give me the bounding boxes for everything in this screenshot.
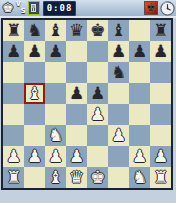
white-pawn: ♟ <box>153 146 168 167</box>
square-f4[interactable] <box>108 104 129 125</box>
square-c4[interactable] <box>45 104 66 125</box>
black-pawn: ♟ <box>48 41 63 62</box>
square-g2[interactable]: ♟ <box>129 146 150 167</box>
black-pawn: ♟ <box>153 41 168 62</box>
square-f5[interactable] <box>108 83 129 104</box>
white-king-icon: ♚ <box>2 0 14 16</box>
chess-board: ♜♞♝♛♚♝♜♟♟♟♟♟♟♞♝♟♟♟♞♟♟♟♟♟♟♟♜♝♛♚♞♜ <box>1 18 173 190</box>
black-pawn: ♟ <box>27 41 42 62</box>
white-bishop: ♝ <box>48 167 63 188</box>
black-rook: ♜ <box>153 20 168 41</box>
square-b4[interactable] <box>24 104 45 125</box>
white-queen: ♛ <box>69 167 84 188</box>
square-d8[interactable]: ♛ <box>66 20 87 41</box>
square-g1[interactable]: ♞ <box>129 167 150 188</box>
square-e1[interactable]: ♚ <box>87 167 108 188</box>
square-e7[interactable] <box>87 41 108 62</box>
black-pawn: ♟ <box>69 83 84 104</box>
square-f1[interactable] <box>108 167 129 188</box>
status-bar: ♚ vs 0:08 ♚ <box>0 0 176 16</box>
black-pawn: ♟ <box>6 41 21 62</box>
square-b2[interactable]: ♟ <box>24 146 45 167</box>
square-f3[interactable]: ♟ <box>108 125 129 146</box>
white-pawn: ♟ <box>90 104 105 125</box>
square-c2[interactable]: ♟ <box>45 146 66 167</box>
white-pawn: ♟ <box>6 146 21 167</box>
square-f6[interactable]: ♞ <box>108 62 129 83</box>
square-b5[interactable]: ♝ <box>24 83 45 104</box>
white-bishop: ♝ <box>27 83 42 104</box>
square-c8[interactable]: ♝ <box>45 20 66 41</box>
square-b1[interactable] <box>24 167 45 188</box>
black-bishop: ♝ <box>48 20 63 41</box>
square-f7[interactable]: ♟ <box>108 41 129 62</box>
square-a4[interactable] <box>3 104 24 125</box>
square-d4[interactable] <box>66 104 87 125</box>
square-c1[interactable]: ♝ <box>45 167 66 188</box>
white-pawn: ♟ <box>132 146 147 167</box>
square-h5[interactable] <box>150 83 171 104</box>
square-h8[interactable]: ♜ <box>150 20 171 41</box>
square-b8[interactable]: ♞ <box>24 20 45 41</box>
square-a7[interactable]: ♟ <box>3 41 24 62</box>
square-c7[interactable]: ♟ <box>45 41 66 62</box>
white-rook: ♜ <box>6 167 21 188</box>
square-g4[interactable] <box>129 104 150 125</box>
white-pawn: ♟ <box>69 146 84 167</box>
square-c5[interactable] <box>45 83 66 104</box>
square-e5[interactable]: ♟ <box>87 83 108 104</box>
square-e3[interactable] <box>87 125 108 146</box>
white-pawn: ♟ <box>48 146 63 167</box>
square-h3[interactable] <box>150 125 171 146</box>
white-king: ♚ <box>90 167 105 188</box>
white-rook: ♜ <box>153 167 168 188</box>
square-c3[interactable]: ♞ <box>45 125 66 146</box>
black-knight: ♞ <box>111 62 126 83</box>
square-c6[interactable] <box>45 62 66 83</box>
square-d3[interactable] <box>66 125 87 146</box>
square-d1[interactable]: ♛ <box>66 167 87 188</box>
white-pawn: ♟ <box>111 125 126 146</box>
black-queen: ♛ <box>69 20 84 41</box>
square-h6[interactable] <box>150 62 171 83</box>
square-a3[interactable] <box>3 125 24 146</box>
white-knight: ♞ <box>132 167 147 188</box>
square-e2[interactable] <box>87 146 108 167</box>
square-a1[interactable]: ♜ <box>3 167 24 188</box>
square-b6[interactable] <box>24 62 45 83</box>
move-timer: 0:08 <box>43 1 77 16</box>
square-e4[interactable]: ♟ <box>87 104 108 125</box>
square-h4[interactable] <box>150 104 171 125</box>
black-pawn: ♟ <box>90 83 105 104</box>
vs-label: vs <box>16 1 26 16</box>
analog-clock-icon <box>160 1 175 16</box>
square-g7[interactable]: ♟ <box>129 41 150 62</box>
black-player-tile: ♚ <box>144 1 158 15</box>
square-a2[interactable]: ♟ <box>3 146 24 167</box>
square-b7[interactable]: ♟ <box>24 41 45 62</box>
black-knight: ♞ <box>27 20 42 41</box>
square-g3[interactable] <box>129 125 150 146</box>
square-h1[interactable]: ♜ <box>150 167 171 188</box>
square-b3[interactable] <box>24 125 45 146</box>
square-a8[interactable]: ♜ <box>3 20 24 41</box>
phone-player-indicator <box>28 1 40 15</box>
square-e6[interactable] <box>87 62 108 83</box>
square-g8[interactable] <box>129 20 150 41</box>
black-pawn: ♟ <box>111 41 126 62</box>
square-h2[interactable]: ♟ <box>150 146 171 167</box>
square-a5[interactable] <box>3 83 24 104</box>
white-pawn: ♟ <box>27 146 42 167</box>
square-g5[interactable] <box>129 83 150 104</box>
vs-label-bottom: s <box>21 7 26 15</box>
black-rook: ♜ <box>6 20 21 41</box>
square-f8[interactable]: ♝ <box>108 20 129 41</box>
square-d7[interactable] <box>66 41 87 62</box>
square-d6[interactable] <box>66 62 87 83</box>
black-king-icon: ♚ <box>146 2 156 14</box>
white-knight: ♞ <box>48 125 63 146</box>
mobile-phone-icon <box>30 3 37 13</box>
black-pawn: ♟ <box>132 41 147 62</box>
black-king: ♚ <box>90 20 105 41</box>
square-d5[interactable]: ♟ <box>66 83 87 104</box>
square-f2[interactable] <box>108 146 129 167</box>
square-h7[interactable]: ♟ <box>150 41 171 62</box>
square-a6[interactable] <box>3 62 24 83</box>
bottom-margin <box>0 190 176 203</box>
square-g6[interactable] <box>129 62 150 83</box>
square-d2[interactable]: ♟ <box>66 146 87 167</box>
square-e8[interactable]: ♚ <box>87 20 108 41</box>
black-bishop: ♝ <box>111 20 126 41</box>
